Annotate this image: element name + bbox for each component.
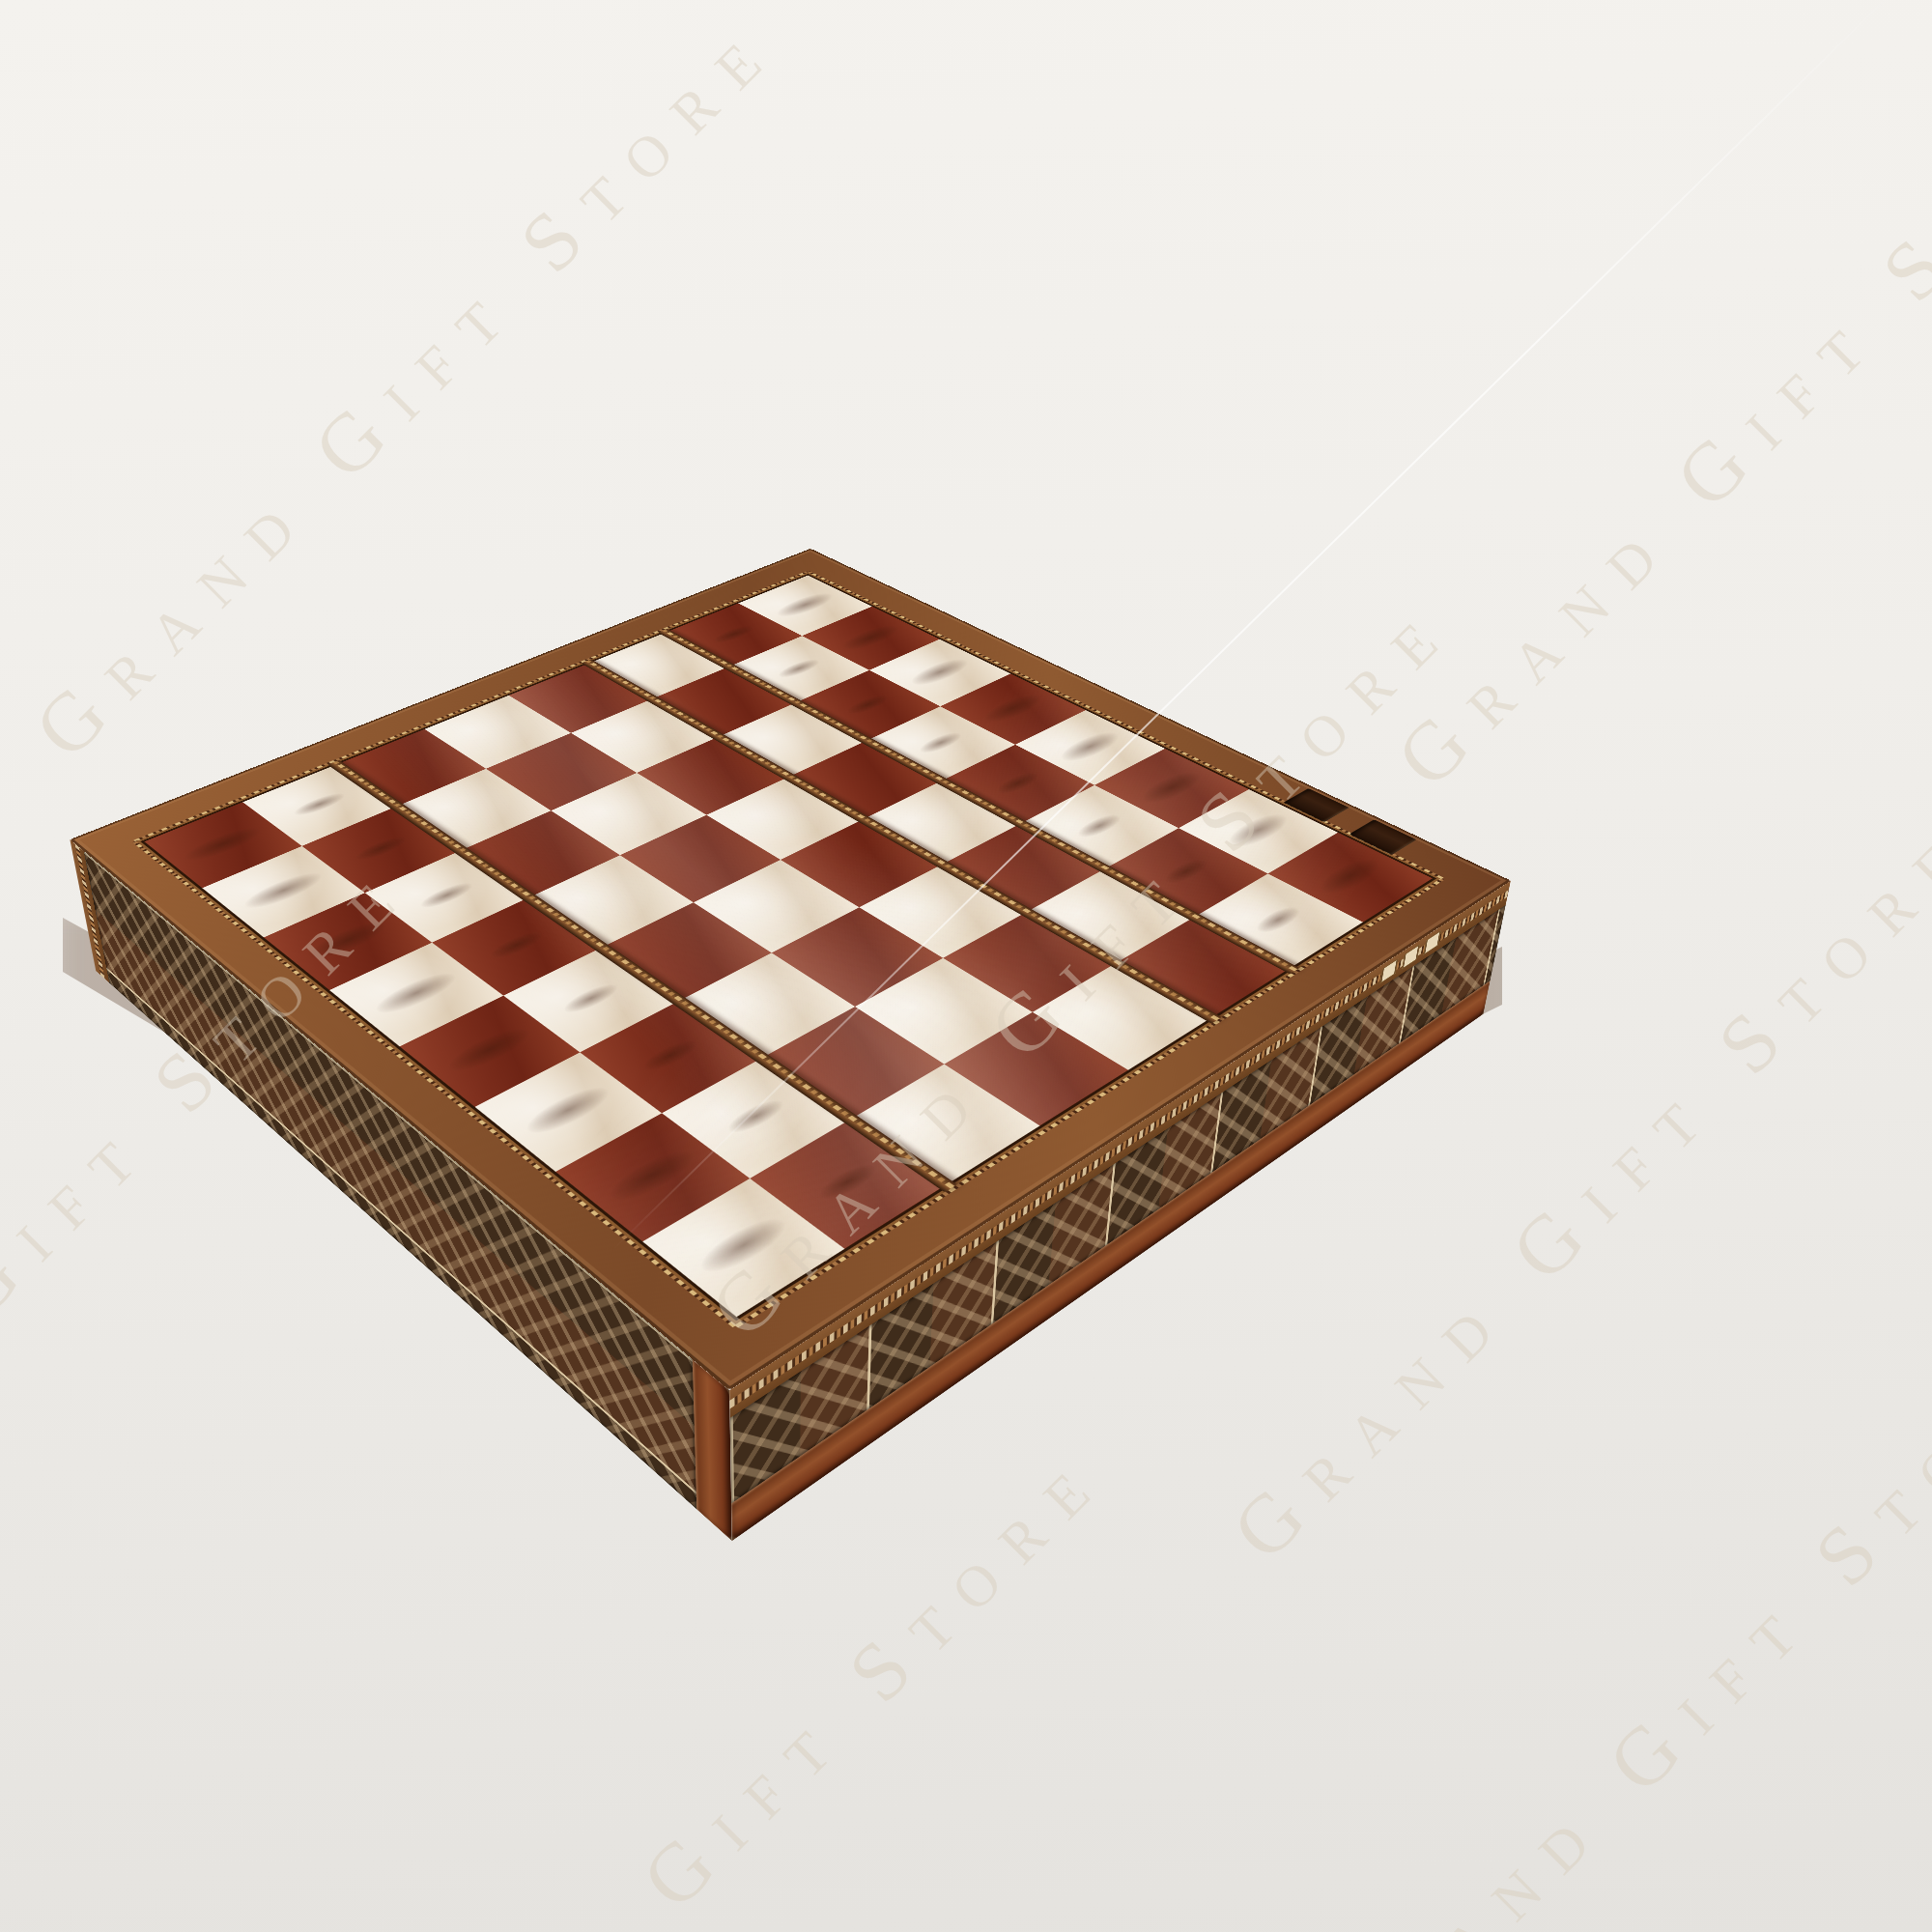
base-molding — [693, 1359, 732, 1541]
rook-glyph: ♜ — [645, 1058, 841, 1276]
chess-board-box: ♜♞♝♛♚♝♞♜♟♟♟♟♟♟♟♟♟♟♟♟♟♟♟♟♜♞♝♛♚♝♞♜ — [70, 549, 1511, 1390]
pawn-glyph: ♟ — [1219, 806, 1338, 938]
photo-backdrop: ♜♞♝♛♚♝♞♜♟♟♟♟♟♟♟♟♟♟♟♟♟♟♟♟♜♞♝♛♚♝♞♜ Grand G… — [0, 0, 1932, 1932]
scene: ♜♞♝♛♚♝♞♜♟♟♟♟♟♟♟♟♟♟♟♟♟♟♟♟♜♞♝♛♚♝♞♜ — [0, 0, 1932, 1932]
